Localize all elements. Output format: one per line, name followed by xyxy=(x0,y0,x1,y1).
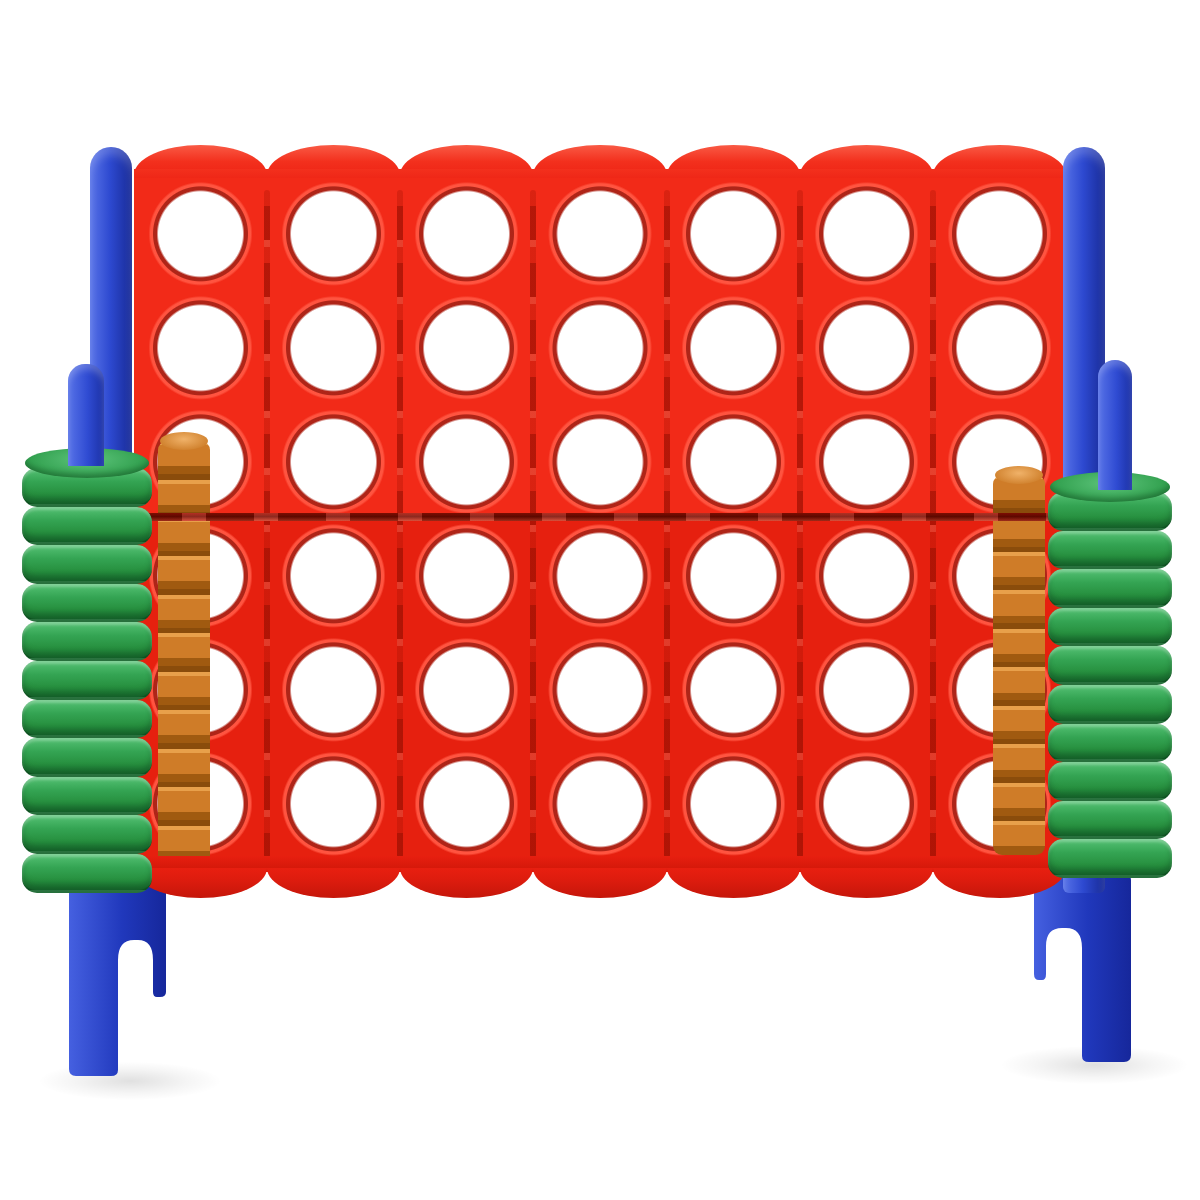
column-divider-groove xyxy=(397,190,403,858)
board-cell-empty xyxy=(400,292,533,406)
green-disc xyxy=(1048,608,1172,647)
column-divider-groove xyxy=(930,190,936,858)
board-cell-empty xyxy=(533,178,666,292)
board-scallop xyxy=(667,868,800,898)
board-cell-empty xyxy=(267,748,400,862)
green-disc xyxy=(22,738,152,777)
green-disc xyxy=(1048,531,1172,570)
board-cell-empty xyxy=(400,178,533,292)
column-divider-groove xyxy=(664,190,670,858)
column-divider-groove xyxy=(797,190,803,858)
orange-disc-stack-right-rear xyxy=(993,475,1045,855)
left-disc-post xyxy=(68,364,104,466)
board-cell-empty xyxy=(800,634,933,748)
board-cell-empty xyxy=(933,292,1066,406)
green-disc xyxy=(22,700,152,739)
green-disc xyxy=(1048,724,1172,763)
board-bottom-scalloped-edge xyxy=(134,868,1066,898)
board-cell-empty xyxy=(533,748,666,862)
board-cell-empty xyxy=(267,520,400,634)
board-cell-empty xyxy=(533,292,666,406)
board-cell-empty xyxy=(800,748,933,862)
green-disc xyxy=(22,545,152,584)
board-scallop xyxy=(800,868,933,898)
board-cell-empty xyxy=(667,406,800,520)
green-disc xyxy=(1048,839,1172,878)
left-leg xyxy=(60,876,172,1080)
green-disc xyxy=(22,584,152,623)
board-cell-empty xyxy=(667,292,800,406)
board-cell-empty xyxy=(267,634,400,748)
board-cell-empty xyxy=(533,406,666,520)
green-disc xyxy=(1048,801,1172,840)
connect-four-board xyxy=(134,145,1066,898)
green-disc xyxy=(22,777,152,816)
green-disc xyxy=(22,622,152,661)
board-cell-empty xyxy=(400,634,533,748)
column-divider-groove xyxy=(264,190,270,858)
board-cell-empty xyxy=(933,178,1066,292)
board-cell-empty xyxy=(267,406,400,520)
board-cell-empty xyxy=(800,292,933,406)
board-cell-empty xyxy=(800,520,933,634)
green-disc xyxy=(1048,685,1172,724)
green-disc xyxy=(22,815,152,854)
board-cell-empty xyxy=(134,178,267,292)
board-cell-empty xyxy=(134,292,267,406)
green-disc-stack-right xyxy=(1048,492,1172,878)
board-scallop xyxy=(533,868,666,898)
board-cell-empty xyxy=(800,178,933,292)
board-cell-empty xyxy=(667,748,800,862)
green-disc xyxy=(1048,646,1172,685)
green-disc xyxy=(1048,762,1172,801)
board-cell-empty xyxy=(400,748,533,862)
green-disc xyxy=(22,854,152,893)
green-disc xyxy=(22,507,152,546)
board-cell-empty xyxy=(267,178,400,292)
board-scallop xyxy=(134,868,267,898)
board-cell-empty xyxy=(400,520,533,634)
green-disc xyxy=(1048,569,1172,608)
board-scallop xyxy=(933,868,1066,898)
product-photo-stage xyxy=(0,0,1200,1200)
board-cell-empty xyxy=(533,520,666,634)
column-divider-groove xyxy=(530,190,536,858)
board-cell-empty xyxy=(800,406,933,520)
green-disc xyxy=(22,661,152,700)
orange-disc-stack-left-rear xyxy=(158,441,210,865)
green-disc-stack-left xyxy=(22,468,152,893)
board-cell-empty xyxy=(400,406,533,520)
board-cell-empty xyxy=(667,178,800,292)
board-scallop xyxy=(400,868,533,898)
board-cell-empty xyxy=(533,634,666,748)
board-cell-empty xyxy=(667,634,800,748)
board-cell-empty xyxy=(267,292,400,406)
board-cell-empty xyxy=(667,520,800,634)
right-disc-post xyxy=(1098,360,1132,490)
board-scallop xyxy=(267,868,400,898)
right-leg xyxy=(1028,870,1140,1066)
board-center-seam xyxy=(134,513,1066,521)
